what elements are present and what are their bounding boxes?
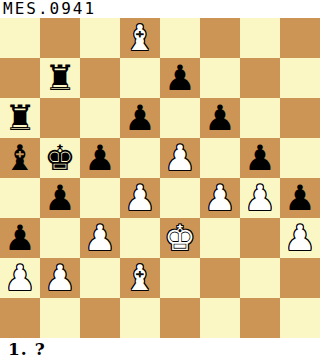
square-b4[interactable]: ♟ [40,178,80,218]
square-g5[interactable]: ♟ [240,138,280,178]
piece-white-pawn: ♟ [204,181,235,216]
square-f1[interactable] [200,298,240,338]
square-h1[interactable] [280,298,320,338]
piece-black-pawn: ♟ [284,181,315,216]
square-g7[interactable] [240,58,280,98]
piece-white-pawn: ♟ [4,261,35,296]
piece-white-king: ♚ [164,221,195,256]
piece-black-pawn: ♟ [124,101,155,136]
square-g2[interactable] [240,258,280,298]
square-b5[interactable]: ♚ [40,138,80,178]
square-c7[interactable] [80,58,120,98]
piece-white-pawn: ♟ [164,141,195,176]
square-a1[interactable] [0,298,40,338]
square-b7[interactable]: ♜ [40,58,80,98]
square-f3[interactable] [200,218,240,258]
square-b8[interactable] [40,18,80,58]
square-f7[interactable] [200,58,240,98]
square-a6[interactable]: ♜ [0,98,40,138]
square-h2[interactable] [280,258,320,298]
square-c6[interactable] [80,98,120,138]
square-c3[interactable]: ♟ [80,218,120,258]
piece-black-pawn: ♟ [44,181,75,216]
square-g3[interactable] [240,218,280,258]
square-d1[interactable] [120,298,160,338]
piece-white-pawn: ♟ [84,221,115,256]
square-c5[interactable]: ♟ [80,138,120,178]
square-h8[interactable] [280,18,320,58]
piece-black-rook: ♜ [44,61,75,96]
square-d8[interactable]: ♝ [120,18,160,58]
square-f5[interactable] [200,138,240,178]
piece-white-pawn: ♟ [44,261,75,296]
square-e7[interactable]: ♟ [160,58,200,98]
move-prompt: 1. ? [0,338,320,360]
square-b6[interactable] [40,98,80,138]
piece-white-bishop: ♝ [124,21,155,56]
square-d7[interactable] [120,58,160,98]
square-e8[interactable] [160,18,200,58]
square-d5[interactable] [120,138,160,178]
piece-white-pawn: ♟ [124,181,155,216]
square-f6[interactable]: ♟ [200,98,240,138]
piece-black-pawn: ♟ [244,141,275,176]
square-a8[interactable] [0,18,40,58]
square-e2[interactable] [160,258,200,298]
square-g6[interactable] [240,98,280,138]
square-d6[interactable]: ♟ [120,98,160,138]
piece-black-pawn: ♟ [4,221,35,256]
piece-black-pawn: ♟ [164,61,195,96]
square-h7[interactable] [280,58,320,98]
square-c4[interactable] [80,178,120,218]
square-a7[interactable] [0,58,40,98]
square-e4[interactable] [160,178,200,218]
square-a5[interactable]: ♝ [0,138,40,178]
square-h6[interactable] [280,98,320,138]
square-f2[interactable] [200,258,240,298]
piece-white-pawn: ♟ [284,221,315,256]
piece-black-pawn: ♟ [204,101,235,136]
square-b3[interactable] [40,218,80,258]
square-c2[interactable] [80,258,120,298]
square-h3[interactable]: ♟ [280,218,320,258]
square-a4[interactable] [0,178,40,218]
square-e6[interactable] [160,98,200,138]
board: ♝♜♟♜♟♟♝♚♟♟♟♟♟♟♟♟♟♟♚♟♟♟♝ [0,18,320,338]
piece-black-pawn: ♟ [84,141,115,176]
piece-white-bishop: ♝ [124,261,155,296]
square-a3[interactable]: ♟ [0,218,40,258]
diagram-title: MES.0941 [0,0,320,18]
square-f8[interactable] [200,18,240,58]
square-g1[interactable] [240,298,280,338]
piece-white-pawn: ♟ [244,181,275,216]
square-d3[interactable] [120,218,160,258]
piece-black-rook: ♜ [4,101,35,136]
piece-black-king: ♚ [44,141,75,176]
square-a2[interactable]: ♟ [0,258,40,298]
square-c8[interactable] [80,18,120,58]
square-f4[interactable]: ♟ [200,178,240,218]
chess-diagram-window: MES.0941 ♝♜♟♜♟♟♝♚♟♟♟♟♟♟♟♟♟♟♚♟♟♟♝ 1. ? [0,0,320,360]
square-h5[interactable] [280,138,320,178]
piece-black-bishop: ♝ [4,141,35,176]
square-b1[interactable] [40,298,80,338]
square-b2[interactable]: ♟ [40,258,80,298]
square-c1[interactable] [80,298,120,338]
square-g4[interactable]: ♟ [240,178,280,218]
square-e3[interactable]: ♚ [160,218,200,258]
square-e1[interactable] [160,298,200,338]
square-e5[interactable]: ♟ [160,138,200,178]
square-h4[interactable]: ♟ [280,178,320,218]
square-d2[interactable]: ♝ [120,258,160,298]
square-d4[interactable]: ♟ [120,178,160,218]
square-g8[interactable] [240,18,280,58]
